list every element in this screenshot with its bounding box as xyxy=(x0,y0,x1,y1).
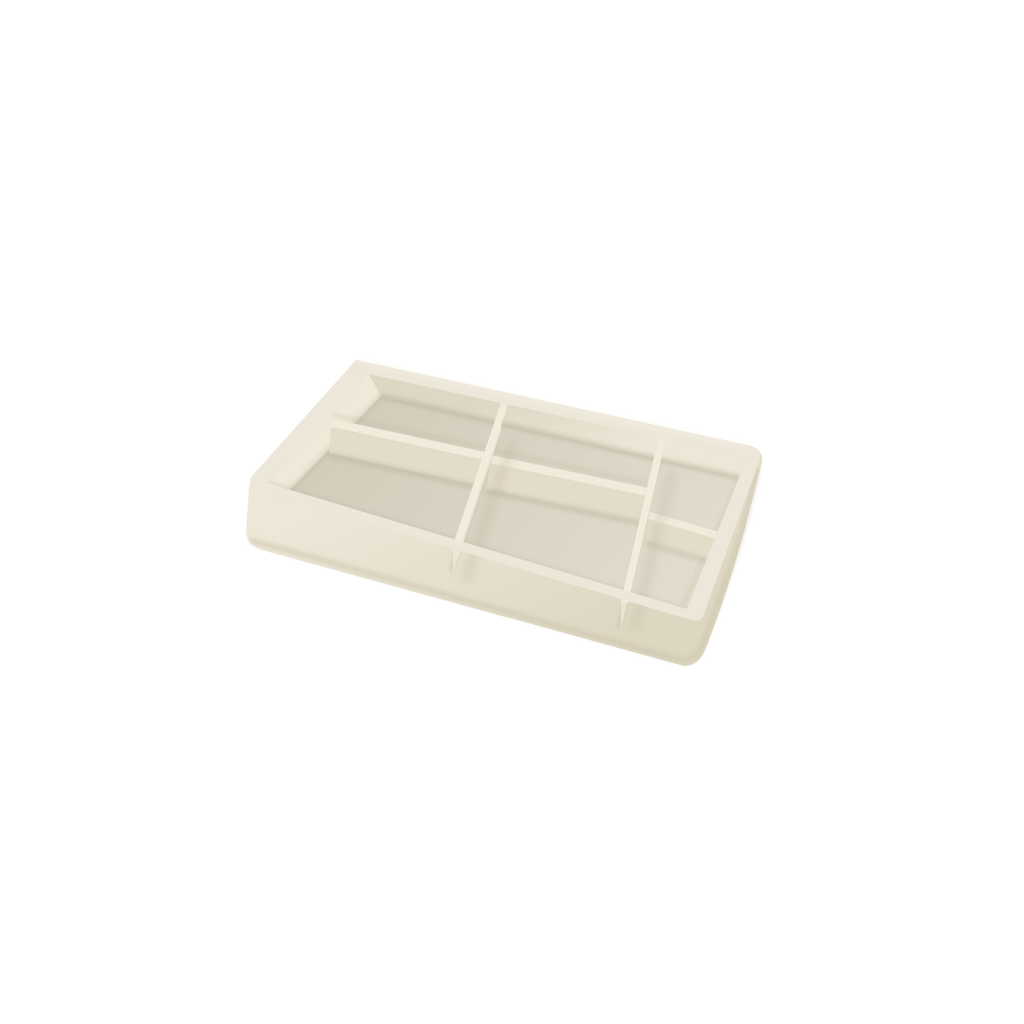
tray-illustration xyxy=(0,0,1024,1024)
product-photo: Product photograph of an empty cream-bei… xyxy=(0,0,1024,1024)
